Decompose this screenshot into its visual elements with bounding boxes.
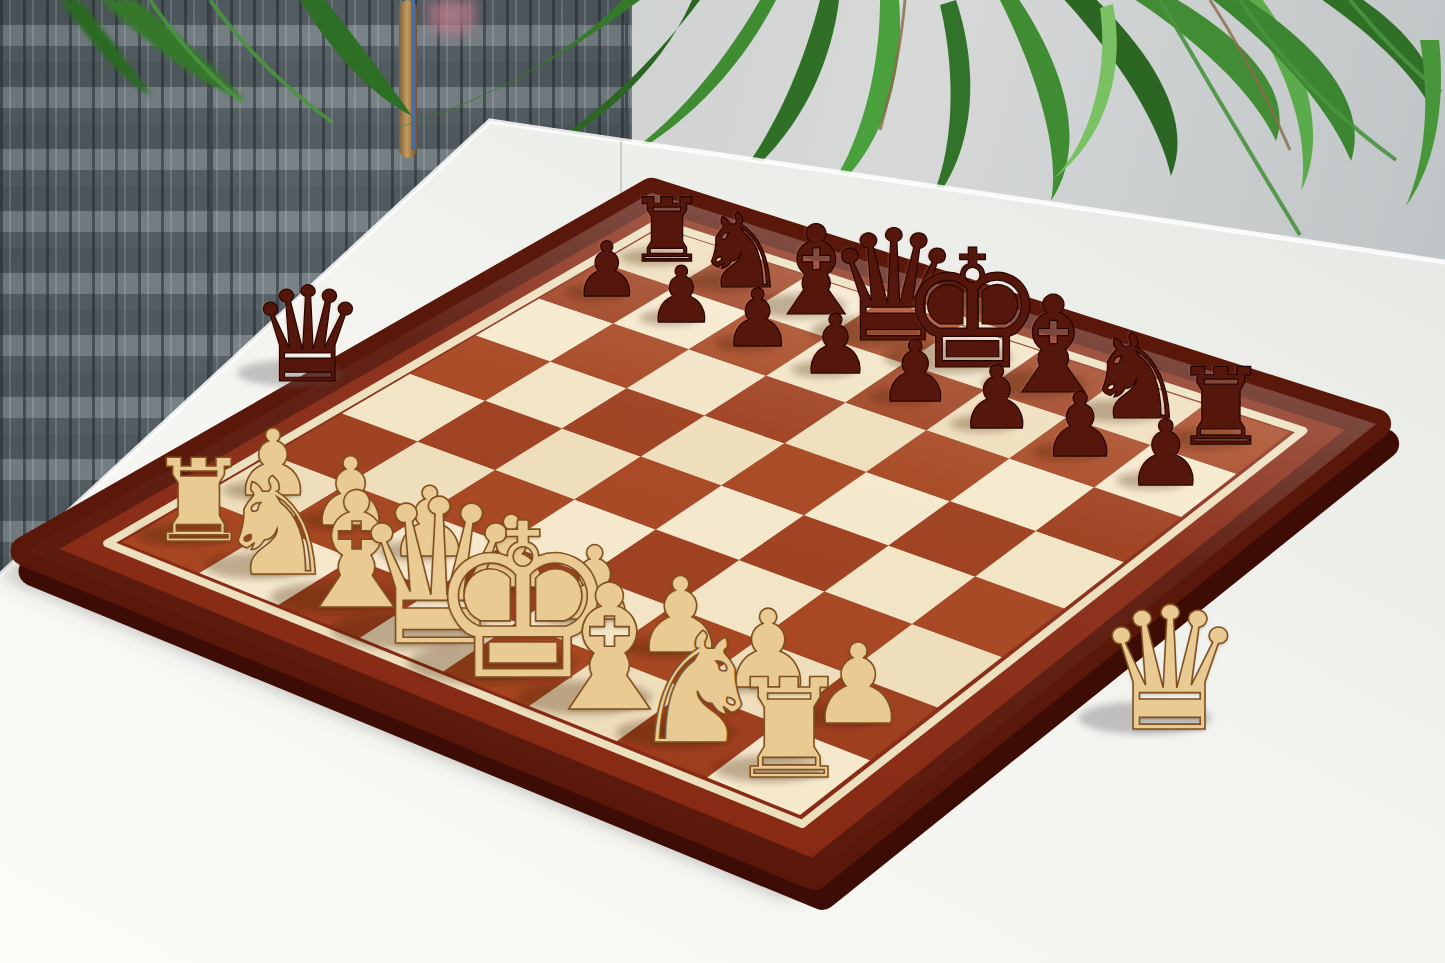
pawn-glyph: ♟ [799, 304, 873, 386]
queen-glyph: ♛ [249, 269, 367, 401]
queen-glyph: ♛ [1093, 584, 1246, 755]
rook-glyph: ♜ [727, 661, 851, 799]
pawn-glyph: ♟ [1125, 408, 1207, 499]
pawn-glyph: ♟ [646, 256, 716, 334]
photo-scene: ♜♞♟♝♟♛♟♚♟♛♝♟♞♟♜♟♟♟♟♜♟♞♟♝♟♛♟♚♟♝♟♛♞♜ [0, 0, 1445, 963]
pieces-layer: ♜♞♟♝♟♛♟♚♟♛♝♟♞♟♜♟♟♟♟♜♟♞♟♝♟♛♟♚♟♝♟♛♞♜ [0, 0, 1445, 963]
pawn-glyph: ♟ [1040, 381, 1120, 470]
pawn-glyph: ♟ [958, 355, 1036, 442]
pawn-glyph: ♟ [722, 280, 794, 360]
pawn-glyph: ♟ [573, 232, 641, 308]
pawn-glyph: ♟ [877, 329, 953, 414]
